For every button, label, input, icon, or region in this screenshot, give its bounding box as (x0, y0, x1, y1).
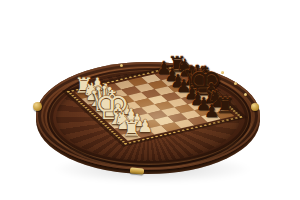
brass-stud-icon (221, 71, 224, 74)
brass-clasp-bottom (130, 167, 144, 174)
brass-stud-icon (120, 64, 123, 67)
brass-stud-icon (234, 82, 237, 85)
brass-clasp-right (251, 103, 259, 111)
chess-set-photo: ♜♞♝♛♚♝♞♜♟♟♟♟♟♟♟♟♟♟♟♟♟♟♟♟♜♞♝♛♚♝♞♜ (0, 0, 300, 200)
brass-stud-icon (244, 93, 247, 96)
brass-clasp-left (33, 102, 42, 111)
